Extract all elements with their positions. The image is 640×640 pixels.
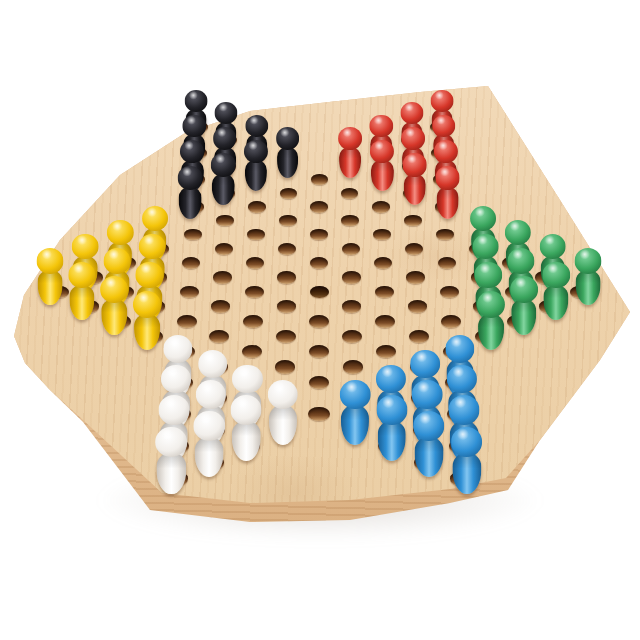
hole-c8-r8[interactable] bbox=[275, 360, 295, 373]
peg-head bbox=[142, 206, 168, 231]
hole-center-c9-r5[interactable] bbox=[310, 286, 329, 299]
hole-c7-r6[interactable] bbox=[245, 286, 264, 299]
peg-head bbox=[434, 140, 458, 163]
peg-green[interactable] bbox=[575, 248, 602, 305]
peg-head bbox=[104, 248, 131, 274]
peg-head bbox=[161, 365, 191, 394]
peg-head bbox=[432, 115, 455, 138]
chinese-checkers-product-photo bbox=[0, 0, 640, 640]
peg-body bbox=[436, 187, 459, 219]
peg-red[interactable] bbox=[339, 127, 363, 177]
hole-c5-r6[interactable] bbox=[182, 257, 201, 269]
peg-body bbox=[134, 314, 160, 350]
peg-body bbox=[544, 285, 569, 320]
peg-head bbox=[505, 220, 531, 245]
peg-blue[interactable] bbox=[376, 395, 407, 461]
peg-yellow[interactable] bbox=[133, 291, 161, 351]
peg-head bbox=[447, 365, 477, 394]
hole-c6-r7[interactable] bbox=[211, 300, 230, 313]
peg-green[interactable] bbox=[510, 276, 538, 335]
peg-white[interactable] bbox=[231, 395, 262, 461]
peg-head bbox=[107, 220, 133, 245]
peg-head bbox=[100, 276, 128, 303]
peg-head bbox=[477, 291, 505, 318]
hole-c7-r3[interactable] bbox=[248, 201, 266, 213]
peg-head bbox=[370, 140, 394, 163]
hole-c13-r6[interactable] bbox=[438, 257, 457, 269]
peg-head bbox=[196, 380, 227, 409]
peg-body bbox=[414, 437, 443, 477]
hole-c5-r7[interactable] bbox=[180, 286, 199, 299]
peg-head bbox=[473, 234, 500, 260]
hole-c11-r3[interactable] bbox=[372, 201, 390, 213]
peg-body bbox=[101, 299, 127, 335]
peg-white[interactable] bbox=[156, 427, 188, 494]
peg-head bbox=[193, 411, 224, 441]
peg-head bbox=[510, 276, 538, 303]
peg-body bbox=[179, 187, 202, 219]
hole-c13-r5[interactable] bbox=[436, 229, 454, 241]
peg-body bbox=[157, 453, 186, 494]
peg-body bbox=[478, 314, 504, 350]
peg-body bbox=[511, 299, 537, 335]
hole-c10-r7[interactable] bbox=[342, 330, 362, 343]
peg-blue[interactable] bbox=[451, 427, 483, 494]
peg-head bbox=[276, 127, 300, 150]
peg-body bbox=[576, 270, 601, 305]
peg-black[interactable] bbox=[178, 166, 203, 219]
peg-head bbox=[231, 395, 262, 425]
hole-c11-r5[interactable] bbox=[374, 257, 393, 269]
peg-body bbox=[277, 147, 299, 177]
peg-yellow[interactable] bbox=[100, 276, 128, 335]
peg-head bbox=[211, 153, 236, 177]
peg-white[interactable] bbox=[194, 411, 225, 478]
peg-head bbox=[215, 102, 238, 124]
peg-head bbox=[475, 262, 502, 288]
hole-c11-r4[interactable] bbox=[373, 229, 391, 241]
peg-black[interactable] bbox=[211, 153, 236, 205]
hole-c9-r1[interactable] bbox=[311, 174, 328, 185]
hole-c8-r4[interactable] bbox=[278, 243, 296, 255]
peg-head bbox=[376, 365, 406, 394]
peg-body bbox=[232, 421, 261, 461]
peg-head bbox=[435, 166, 460, 190]
hole-c6-r4[interactable] bbox=[216, 215, 234, 227]
peg-head bbox=[449, 395, 480, 425]
peg-body bbox=[371, 160, 393, 191]
peg-head bbox=[543, 262, 570, 288]
hole-c10-r8[interactable] bbox=[343, 360, 363, 373]
peg-head bbox=[185, 90, 208, 112]
peg-head bbox=[155, 427, 187, 458]
peg-body bbox=[195, 437, 224, 477]
peg-head bbox=[213, 127, 237, 150]
peg-head bbox=[412, 380, 443, 409]
peg-head bbox=[403, 153, 428, 177]
hole-c12-r7[interactable] bbox=[408, 300, 427, 313]
peg-yellow[interactable] bbox=[68, 262, 95, 320]
hole-c12-r4[interactable] bbox=[404, 215, 422, 227]
peg-black[interactable] bbox=[276, 127, 300, 177]
hole-c6-r6[interactable] bbox=[213, 271, 232, 283]
peg-body bbox=[341, 405, 369, 444]
hole-c9-r8[interactable] bbox=[309, 376, 330, 390]
hole-c9-r2[interactable] bbox=[310, 201, 328, 213]
peg-body bbox=[377, 421, 406, 461]
board-cells-layer bbox=[0, 0, 640, 640]
hole-c6-r8[interactable] bbox=[209, 330, 229, 343]
hole-c6-r5[interactable] bbox=[215, 243, 233, 255]
peg-red[interactable] bbox=[435, 166, 460, 219]
hole-c8-r5[interactable] bbox=[277, 271, 296, 283]
peg-body bbox=[404, 174, 427, 205]
peg-head bbox=[376, 395, 407, 425]
peg-yellow[interactable] bbox=[36, 248, 63, 305]
hole-c8-r6[interactable] bbox=[277, 300, 296, 313]
peg-head bbox=[575, 248, 602, 274]
hole-c12-r8[interactable] bbox=[409, 330, 429, 343]
peg-head bbox=[451, 427, 483, 458]
hole-c11-r8[interactable] bbox=[376, 345, 396, 358]
peg-body bbox=[245, 160, 267, 191]
hole-c9-r9[interactable] bbox=[308, 407, 329, 421]
peg-head bbox=[163, 335, 192, 363]
hole-c7-r4[interactable] bbox=[247, 229, 265, 241]
peg-head bbox=[72, 234, 99, 260]
hole-c13-r7[interactable] bbox=[440, 286, 459, 299]
hole-c9-r7[interactable] bbox=[309, 345, 329, 358]
hole-c9-r3[interactable] bbox=[310, 229, 328, 241]
hole-c13-r8[interactable] bbox=[441, 315, 461, 328]
peg-head bbox=[180, 140, 204, 163]
peg-head bbox=[139, 234, 166, 260]
hole-c7-r7[interactable] bbox=[243, 315, 263, 328]
hole-c11-r7[interactable] bbox=[375, 315, 395, 328]
peg-head bbox=[370, 115, 393, 138]
peg-head bbox=[507, 248, 534, 274]
peg-head bbox=[401, 127, 425, 150]
hole-c10-r4[interactable] bbox=[342, 243, 360, 255]
hole-c12-r6[interactable] bbox=[406, 271, 425, 283]
peg-head bbox=[36, 248, 63, 274]
hole-c7-r5[interactable] bbox=[246, 257, 265, 269]
hole-c9-r6[interactable] bbox=[309, 315, 329, 328]
hole-c10-r2[interactable] bbox=[341, 188, 358, 199]
peg-head bbox=[340, 380, 371, 409]
hole-c10-r5[interactable] bbox=[342, 271, 361, 283]
peg-head bbox=[198, 350, 228, 379]
peg-head bbox=[470, 206, 496, 231]
peg-head bbox=[539, 234, 566, 260]
peg-body bbox=[340, 147, 362, 177]
peg-head bbox=[268, 380, 299, 409]
peg-head bbox=[445, 335, 474, 363]
peg-head bbox=[245, 115, 268, 138]
peg-green[interactable] bbox=[543, 262, 570, 320]
peg-body bbox=[452, 453, 481, 494]
peg-body bbox=[269, 405, 297, 444]
peg-head bbox=[182, 115, 205, 138]
peg-red[interactable] bbox=[403, 153, 428, 205]
hole-c8-r2[interactable] bbox=[280, 188, 297, 199]
hole-c11-r6[interactable] bbox=[375, 286, 394, 299]
peg-blue[interactable] bbox=[413, 411, 444, 478]
peg-white[interactable] bbox=[268, 380, 299, 445]
peg-body bbox=[37, 270, 62, 305]
peg-body bbox=[212, 174, 235, 205]
hole-c8-r3[interactable] bbox=[279, 215, 297, 227]
peg-head bbox=[339, 127, 363, 150]
peg-head bbox=[244, 140, 268, 163]
peg-head bbox=[136, 262, 163, 288]
peg-head bbox=[133, 291, 161, 318]
hole-c9-r4[interactable] bbox=[310, 257, 329, 269]
peg-body bbox=[69, 285, 94, 320]
peg-black[interactable] bbox=[244, 140, 268, 191]
peg-green[interactable] bbox=[477, 291, 505, 351]
hole-c10-r3[interactable] bbox=[341, 215, 359, 227]
peg-red[interactable] bbox=[370, 140, 394, 191]
hole-c7-r8[interactable] bbox=[242, 345, 262, 358]
peg-head bbox=[158, 395, 189, 425]
hole-c5-r8[interactable] bbox=[177, 315, 197, 328]
peg-head bbox=[232, 365, 262, 394]
hole-c12-r5[interactable] bbox=[405, 243, 423, 255]
peg-head bbox=[400, 102, 423, 124]
hole-c5-r5[interactable] bbox=[184, 229, 202, 241]
peg-head bbox=[411, 350, 441, 379]
hole-c8-r7[interactable] bbox=[276, 330, 296, 343]
hole-c10-r6[interactable] bbox=[342, 300, 361, 313]
peg-head bbox=[413, 411, 444, 441]
peg-head bbox=[431, 90, 454, 112]
peg-head bbox=[178, 166, 203, 190]
peg-head bbox=[68, 262, 95, 288]
peg-blue[interactable] bbox=[340, 380, 371, 445]
